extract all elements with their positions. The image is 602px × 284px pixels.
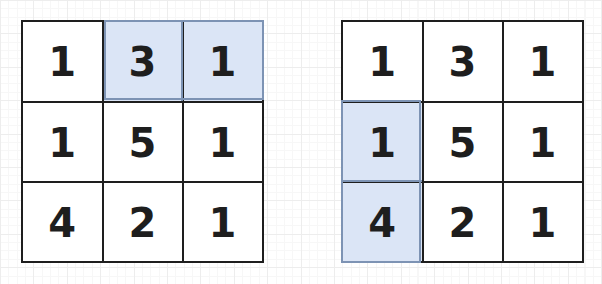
- grid-cell: 4: [341, 183, 424, 263]
- drawing-canvas: 131151421 131151421: [0, 0, 602, 284]
- grid-cell: 1: [341, 103, 424, 183]
- grid-cell: 5: [104, 103, 184, 183]
- grid-cell: 3: [104, 20, 184, 103]
- cell-value: 1: [48, 42, 76, 82]
- cell-value: 3: [449, 42, 477, 82]
- cell-value: 4: [368, 203, 396, 243]
- cell-value: 5: [449, 123, 477, 163]
- cell-value: 1: [209, 42, 237, 82]
- grid-board-left: 131151421: [21, 20, 264, 263]
- cell-value: 1: [529, 203, 557, 243]
- cell-value: 2: [449, 203, 477, 243]
- grid-cell: 1: [21, 103, 104, 183]
- grid-cell: 3: [424, 20, 504, 103]
- grid-board-right-cells: 131151421: [341, 20, 584, 263]
- grid-cell: 1: [21, 20, 104, 103]
- grid-cell: 1: [341, 20, 424, 103]
- cell-value: 5: [129, 123, 157, 163]
- grid-cell: 5: [424, 103, 504, 183]
- grid-cell: 1: [184, 20, 264, 103]
- grid-cell: 2: [424, 183, 504, 263]
- grid-cell: 1: [184, 103, 264, 183]
- cell-value: 1: [529, 123, 557, 163]
- cell-value: 4: [48, 203, 76, 243]
- grid-board-left-cells: 131151421: [21, 20, 264, 263]
- grid-cell: 1: [504, 20, 584, 103]
- cell-value: 1: [529, 42, 557, 82]
- grid-cell: 1: [504, 183, 584, 263]
- grid-cell: 1: [184, 183, 264, 263]
- grid-cell: 2: [104, 183, 184, 263]
- cell-value: 2: [129, 203, 157, 243]
- cell-value: 3: [129, 42, 157, 82]
- cell-value: 1: [209, 123, 237, 163]
- cell-value: 1: [368, 123, 396, 163]
- cell-value: 1: [209, 203, 237, 243]
- grid-cell: 1: [504, 103, 584, 183]
- grid-board-right: 131151421: [341, 20, 584, 263]
- cell-value: 1: [368, 42, 396, 82]
- grid-cell: 4: [21, 183, 104, 263]
- cell-value: 1: [48, 123, 76, 163]
